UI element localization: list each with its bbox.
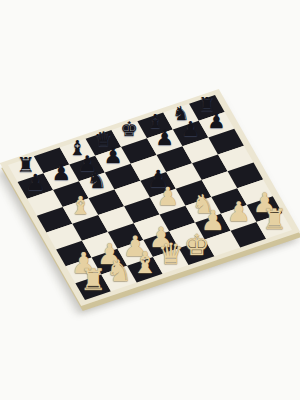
piece-black-pawn-h7[interactable]: ♟ bbox=[207, 111, 225, 131]
piece-white-pawn-e4[interactable]: ♟ bbox=[157, 184, 180, 209]
piece-black-pawn-f7[interactable]: ♟ bbox=[155, 128, 174, 149]
bauhaus-chess-photo: ♜♝♛♚♝♞♜♟♟♟♟♟♟♟♞♟♝♟♞♟♟♟♟♟♟♟♜♞♝♛♚♜ bbox=[0, 0, 300, 400]
piece-white-bishop-c1[interactable]: ♝ bbox=[132, 248, 158, 278]
piece-white-queen-d1[interactable]: ♛ bbox=[158, 240, 184, 269]
piece-white-pawn-g2[interactable]: ♟ bbox=[227, 198, 251, 225]
piece-black-king-e8[interactable]: ♚ bbox=[120, 121, 138, 141]
piece-white-rook-h1[interactable]: ♜ bbox=[262, 205, 287, 233]
piece-white-bishop-b5[interactable]: ♝ bbox=[69, 194, 91, 219]
piece-black-knight-c6[interactable]: ♞ bbox=[86, 169, 107, 192]
piece-black-pawn-d7[interactable]: ♟ bbox=[103, 145, 122, 166]
piece-white-knight-b1[interactable]: ♞ bbox=[106, 257, 133, 287]
piece-white-rook-a1[interactable]: ♜ bbox=[80, 265, 107, 295]
piece-black-pawn-g7[interactable]: ♟ bbox=[181, 119, 200, 140]
piece-black-pawn-b7[interactable]: ♟ bbox=[51, 162, 71, 184]
piece-white-king-e1[interactable]: ♚ bbox=[184, 231, 210, 260]
piece-black-pawn-a7[interactable]: ♟ bbox=[25, 171, 45, 193]
